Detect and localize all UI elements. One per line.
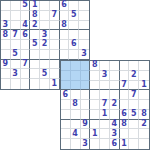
cell-a-r1c1[interactable]	[1, 1, 11, 11]
cell-b-r9c8[interactable]	[129, 139, 139, 149]
cell-a-r8c4[interactable]	[30, 69, 40, 79]
cell-a-r7c6[interactable]	[50, 60, 60, 70]
cell-b-r7c9[interactable]: 2	[139, 120, 149, 130]
cell-b-r9c7[interactable]: 1	[120, 139, 130, 149]
cell-a-r8c5[interactable]: 5	[40, 69, 50, 79]
cell-b-r2c4[interactable]	[90, 71, 100, 81]
cell-a-r3c4[interactable]: 2	[30, 21, 40, 31]
cell-a-r3c8[interactable]	[69, 21, 79, 31]
cell-a-r3c9[interactable]	[79, 21, 89, 31]
cell-a-r8c6[interactable]	[50, 69, 60, 79]
cell-a-r6c6[interactable]	[50, 50, 60, 60]
cell-a-r1c2[interactable]	[11, 1, 21, 11]
cell-a-r3c7[interactable]: 8	[60, 21, 70, 31]
cell-b-r2c5[interactable]: 3	[100, 71, 110, 81]
cell-b-r7c7[interactable]: 8	[120, 120, 130, 130]
cell-a-r1c9[interactable]	[79, 1, 89, 11]
cell-a-r5c8[interactable]: 6	[69, 40, 79, 50]
cell-b-r8c3[interactable]	[81, 129, 91, 139]
cell-a-r2c6[interactable]: 7	[50, 11, 60, 21]
sudoku-board-bottom-right: 832716787216589482413361	[60, 60, 150, 150]
cell-a-r5c7[interactable]	[60, 40, 70, 50]
cell-b-r9c1[interactable]	[61, 139, 71, 149]
cell-b-r7c4[interactable]	[90, 120, 100, 130]
cell-a-r7c2[interactable]	[11, 60, 21, 70]
cell-b-r8c9[interactable]	[139, 129, 149, 139]
cell-b-r2c3[interactable]	[81, 71, 91, 81]
cell-a-r4c6[interactable]	[50, 30, 60, 40]
cell-b-r1c9[interactable]	[139, 61, 149, 71]
cell-b-r4c1[interactable]: 6	[61, 90, 71, 100]
cell-a-r5c5[interactable]: 2	[40, 40, 50, 50]
cell-b-r8c5[interactable]	[100, 129, 110, 139]
cell-a-r5c6[interactable]	[50, 40, 60, 50]
puzzle-page: 516875342887635265397351 832716787216589…	[0, 0, 150, 150]
cell-b-r3c7[interactable]: 7	[120, 81, 130, 91]
cell-b-r4c8[interactable]: 7	[129, 90, 139, 100]
cell-b-r4c4[interactable]	[90, 90, 100, 100]
cell-a-r4c1[interactable]: 8	[1, 30, 11, 40]
cell-b-r7c5[interactable]	[100, 120, 110, 130]
cell-a-r9c2[interactable]	[11, 79, 21, 89]
cell-a-r8c3[interactable]	[21, 69, 31, 79]
cell-b-r9c6[interactable]: 6	[110, 139, 120, 149]
cell-b-r9c5[interactable]	[100, 139, 110, 149]
cell-a-r3c6[interactable]	[50, 21, 60, 31]
cell-b-r7c8[interactable]	[129, 120, 139, 130]
cell-a-r2c8[interactable]: 5	[69, 11, 79, 21]
cell-b-r3c9[interactable]: 1	[139, 81, 149, 91]
cell-b-r5c4[interactable]	[90, 100, 100, 110]
cell-b-r1c7[interactable]	[120, 61, 130, 71]
cell-b-r1c2[interactable]	[71, 61, 81, 71]
cell-b-r8c8[interactable]	[129, 129, 139, 139]
cell-b-r7c6[interactable]: 4	[110, 120, 120, 130]
cell-a-r9c4[interactable]	[30, 79, 40, 89]
cell-b-r8c1[interactable]	[61, 129, 71, 139]
cell-a-r8c1[interactable]	[1, 69, 11, 79]
cell-a-r2c9[interactable]	[79, 11, 89, 21]
cell-b-r3c4[interactable]	[90, 81, 100, 91]
cell-a-r3c1[interactable]: 3	[1, 21, 11, 31]
cell-b-r5c1[interactable]	[61, 100, 71, 110]
cell-b-r2c2[interactable]	[71, 71, 81, 81]
cell-b-r2c8[interactable]: 2	[129, 71, 139, 81]
cell-b-r4c3[interactable]	[81, 90, 91, 100]
cell-b-r3c8[interactable]	[129, 81, 139, 91]
cell-a-r1c3[interactable]: 5	[21, 1, 31, 11]
cell-b-r1c4[interactable]: 8	[90, 61, 100, 71]
cell-a-r3c5[interactable]	[40, 21, 50, 31]
cell-b-r1c3[interactable]	[81, 61, 91, 71]
cell-a-r6c8[interactable]	[69, 50, 79, 60]
cell-b-r1c6[interactable]	[110, 61, 120, 71]
cell-b-r8c6[interactable]: 3	[110, 129, 120, 139]
cell-b-r9c9[interactable]	[139, 139, 149, 149]
cell-a-r7c1[interactable]: 9	[1, 60, 11, 70]
cell-b-r6c8[interactable]: 5	[129, 110, 139, 120]
cell-a-r7c4[interactable]	[30, 60, 40, 70]
cell-a-r4c7[interactable]	[60, 30, 70, 40]
cell-a-r1c5[interactable]	[40, 1, 50, 11]
cell-a-r3c2[interactable]	[11, 21, 21, 31]
cell-b-r7c3[interactable]: 9	[81, 120, 91, 130]
cell-b-r1c1[interactable]	[61, 61, 71, 71]
cell-a-r9c5[interactable]	[40, 79, 50, 89]
cell-a-r6c9[interactable]: 3	[79, 50, 89, 60]
cell-b-r6c2[interactable]	[71, 110, 81, 120]
cell-a-r4c9[interactable]	[79, 30, 89, 40]
cell-b-r5c6[interactable]: 2	[110, 100, 120, 110]
cell-b-r6c5[interactable]: 1	[100, 110, 110, 120]
cell-b-r5c2[interactable]: 8	[71, 100, 81, 110]
cell-a-r5c4[interactable]: 5	[30, 40, 40, 50]
cell-b-r3c2[interactable]	[71, 81, 81, 91]
cell-a-r2c2[interactable]	[11, 11, 21, 21]
cell-b-r3c3[interactable]	[81, 81, 91, 91]
cell-a-r6c4[interactable]	[30, 50, 40, 60]
cell-b-r7c2[interactable]	[71, 120, 81, 130]
cell-b-r3c5[interactable]	[100, 81, 110, 91]
cell-b-r8c4[interactable]: 1	[90, 129, 100, 139]
cell-b-r3c6[interactable]	[110, 81, 120, 91]
cell-b-r6c4[interactable]	[90, 110, 100, 120]
cell-b-r7c1[interactable]	[61, 120, 71, 130]
cell-a-r3c3[interactable]: 4	[21, 21, 31, 31]
cell-a-r9c1[interactable]	[1, 79, 11, 89]
cell-b-r8c2[interactable]: 4	[71, 129, 81, 139]
cell-a-r6c2[interactable]: 5	[11, 50, 21, 60]
cell-a-r4c3[interactable]: 6	[21, 30, 31, 40]
cell-a-r9c3[interactable]	[21, 79, 31, 89]
cell-b-r3c1[interactable]	[61, 81, 71, 91]
cell-b-r9c2[interactable]	[71, 139, 81, 149]
cell-a-r7c3[interactable]: 7	[21, 60, 31, 70]
cell-a-r2c5[interactable]	[40, 11, 50, 21]
cell-a-r6c5[interactable]	[40, 50, 50, 60]
cell-a-r1c7[interactable]: 6	[60, 1, 70, 11]
cell-b-r9c3[interactable]: 3	[81, 139, 91, 149]
cell-b-r6c1[interactable]	[61, 110, 71, 120]
cell-a-r6c7[interactable]	[60, 50, 70, 60]
cell-b-r2c1[interactable]	[61, 71, 71, 81]
cell-b-r8c7[interactable]	[120, 129, 130, 139]
cell-a-r8c2[interactable]: 3	[11, 69, 21, 79]
cell-b-r4c7[interactable]	[120, 90, 130, 100]
cell-a-r9c6[interactable]: 1	[50, 79, 60, 89]
cell-b-r2c6[interactable]	[110, 71, 120, 81]
cell-a-r7c5[interactable]	[40, 60, 50, 70]
cell-a-r4c2[interactable]: 7	[11, 30, 21, 40]
cell-b-r5c3[interactable]	[81, 100, 91, 110]
cell-a-r5c1[interactable]	[1, 40, 11, 50]
cell-b-r9c4[interactable]	[90, 139, 100, 149]
cell-a-r5c3[interactable]	[21, 40, 31, 50]
cell-b-r4c9[interactable]	[139, 90, 149, 100]
